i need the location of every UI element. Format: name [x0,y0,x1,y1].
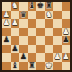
square-c4[interactable] [19,36,28,45]
square-h7[interactable] [62,11,71,20]
square-b6[interactable]: ♟ [11,19,20,28]
black-bishop-b1[interactable]: ♝ [11,62,18,71]
square-g4[interactable] [53,36,62,45]
square-d5[interactable] [28,28,37,37]
square-h2[interactable]: ♟ [62,53,71,62]
square-e7[interactable] [36,11,45,20]
square-f6[interactable] [45,19,54,28]
black-pawn-c2[interactable]: ♟ [20,53,27,62]
square-a7[interactable]: ♟ [2,11,11,20]
square-e1[interactable] [36,62,45,71]
square-b8[interactable]: ♞ [11,2,20,11]
square-f3[interactable] [45,45,54,54]
square-h5[interactable]: ♟ [62,28,71,37]
square-e6[interactable] [36,19,45,28]
square-a2[interactable] [2,53,11,62]
black-king-e8[interactable]: ♚ [37,2,44,11]
square-f7[interactable]: ♞ [45,11,54,20]
square-c7[interactable]: ♛ [19,11,28,20]
white-pawn-a7[interactable]: ♟ [3,11,10,20]
square-f8[interactable]: ♜ [45,2,54,11]
white-knight-f7[interactable]: ♞ [45,11,52,20]
square-f2[interactable] [45,53,54,62]
black-rook-d1[interactable]: ♜ [28,62,35,71]
square-c3[interactable] [19,45,28,54]
square-d8[interactable]: ♝ [28,2,37,11]
square-d1[interactable]: ♜ [28,62,37,71]
square-e4[interactable] [36,36,45,45]
square-a3[interactable] [2,45,11,54]
square-b4[interactable] [11,36,20,45]
square-e3[interactable] [36,45,45,54]
square-a6[interactable]: ♟ [2,19,11,28]
square-d3[interactable] [28,45,37,54]
square-c5[interactable] [19,28,28,37]
square-h8[interactable] [62,2,71,11]
white-pawn-h2[interactable]: ♟ [62,53,69,62]
square-d4[interactable] [28,36,37,45]
square-h4[interactable]: ♟ [62,36,71,45]
square-c2[interactable]: ♟ [19,53,28,62]
square-g2[interactable]: ♟ [53,53,62,62]
square-b1[interactable]: ♝ [11,62,20,71]
square-b3[interactable]: ♟ [11,45,20,54]
square-g7[interactable] [53,11,62,20]
square-g3[interactable] [53,45,62,54]
white-pawn-a6[interactable]: ♟ [3,19,10,28]
square-d6[interactable] [28,19,37,28]
square-g5[interactable] [53,28,62,37]
square-e8[interactable]: ♚ [36,2,45,11]
chess-board-frame: ♞♝♚♜♟♛♞♟♟♟♟♟♟♟♟♟♝♜♚ [0,0,72,72]
square-c8[interactable] [19,2,28,11]
white-pawn-h5[interactable]: ♟ [62,28,69,37]
black-pawn-a4[interactable]: ♟ [3,36,10,45]
square-f1[interactable]: ♚ [45,62,54,71]
square-c1[interactable] [19,62,28,71]
square-b7[interactable] [11,11,20,20]
chess-board[interactable]: ♞♝♚♜♟♛♞♟♟♟♟♟♟♟♟♟♝♜♚ [2,2,70,70]
black-pawn-h4[interactable]: ♟ [62,36,69,45]
black-bishop-d8[interactable]: ♝ [28,2,35,11]
square-a8[interactable] [2,2,11,11]
square-a4[interactable]: ♟ [2,36,11,45]
square-c6[interactable] [19,19,28,28]
white-pawn-g2[interactable]: ♟ [54,53,61,62]
square-e5[interactable] [36,28,45,37]
square-g8[interactable] [53,2,62,11]
white-pawn-b6[interactable]: ♟ [11,19,18,28]
square-f5[interactable] [45,28,54,37]
square-a1[interactable] [2,62,11,71]
square-b2[interactable] [11,53,20,62]
white-king-f1[interactable]: ♚ [45,62,52,71]
black-queen-c7[interactable]: ♛ [20,11,27,20]
square-e2[interactable] [36,53,45,62]
square-g6[interactable] [53,19,62,28]
square-h1[interactable] [62,62,71,71]
square-d2[interactable] [28,53,37,62]
square-g1[interactable] [53,62,62,71]
white-knight-b8[interactable]: ♞ [11,2,18,11]
black-rook-f8[interactable]: ♜ [45,2,52,11]
square-d7[interactable] [28,11,37,20]
black-pawn-b3[interactable]: ♟ [11,45,18,54]
square-f4[interactable] [45,36,54,45]
square-h6[interactable] [62,19,71,28]
square-a5[interactable] [2,28,11,37]
square-b5[interactable] [11,28,20,37]
square-h3[interactable] [62,45,71,54]
